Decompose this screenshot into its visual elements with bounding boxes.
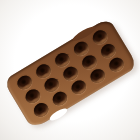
mold-cavity-grid	[3, 17, 138, 129]
mold-cavity	[88, 67, 108, 86]
mold-cavity	[69, 78, 89, 97]
mold-cavity	[50, 90, 70, 109]
product-photo-background	[0, 0, 140, 140]
mold-cavity	[31, 101, 51, 120]
mold-cavity	[107, 55, 127, 74]
chocolate-mold	[3, 17, 138, 129]
